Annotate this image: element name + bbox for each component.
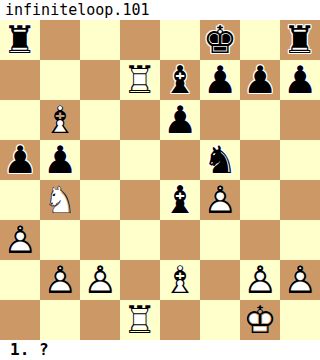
square-h2[interactable]: ♟♙ [280,260,320,300]
white-rook-piece: ♜♖ [120,300,160,340]
square-a7[interactable] [0,60,40,100]
square-d4[interactable] [120,180,160,220]
square-d7[interactable]: ♜♖ [120,60,160,100]
square-b4[interactable]: ♞♘ [40,180,80,220]
square-e2[interactable]: ♝♗ [160,260,200,300]
black-pawn-piece: ♟ [40,140,80,180]
piece-glyph: ♟ [0,140,40,180]
piece-glyph: ♟ [160,100,200,140]
piece-outline-glyph: ♙ [280,260,320,300]
white-pawn-piece: ♟♙ [0,220,40,260]
piece-outline-glyph: ♙ [40,260,80,300]
square-c7[interactable] [80,60,120,100]
square-h3[interactable] [280,220,320,260]
black-bishop-piece: ♝ [160,180,200,220]
piece-outline-glyph: ♙ [200,180,240,220]
square-g6[interactable] [240,100,280,140]
square-e3[interactable] [160,220,200,260]
square-c8[interactable] [80,20,120,60]
square-e5[interactable] [160,140,200,180]
piece-glyph: ♟ [40,140,80,180]
chess-board: ♜♚♜♜♖♝♟♟♟♝♗♟♟♟♞♞♘♝♟♙♟♙♟♙♟♙♝♗♟♙♟♙♜♖♚♔ [0,20,320,340]
white-pawn-piece: ♟♙ [240,260,280,300]
black-rook-piece: ♜ [0,20,40,60]
piece-outline-glyph: ♙ [240,260,280,300]
square-g4[interactable] [240,180,280,220]
square-g3[interactable] [240,220,280,260]
black-pawn-piece: ♟ [160,100,200,140]
black-knight-piece: ♞ [200,140,240,180]
square-c6[interactable] [80,100,120,140]
piece-outline-glyph: ♘ [40,180,80,220]
piece-glyph: ♜ [280,20,320,60]
page: infiniteloop.101 ♜♚♜♜♖♝♟♟♟♝♗♟♟♟♞♞♘♝♟♙♟♙♟… [0,0,320,360]
square-c1[interactable] [80,300,120,340]
square-h7[interactable]: ♟ [280,60,320,100]
square-h5[interactable] [280,140,320,180]
square-d2[interactable] [120,260,160,300]
piece-outline-glyph: ♔ [240,300,280,340]
square-b7[interactable] [40,60,80,100]
square-h4[interactable] [280,180,320,220]
piece-glyph: ♟ [280,60,320,100]
square-h1[interactable] [280,300,320,340]
square-c4[interactable] [80,180,120,220]
square-b5[interactable]: ♟ [40,140,80,180]
white-pawn-piece: ♟♙ [80,260,120,300]
square-d5[interactable] [120,140,160,180]
square-f7[interactable]: ♟ [200,60,240,100]
black-bishop-piece: ♝ [160,60,200,100]
square-b8[interactable] [40,20,80,60]
square-a1[interactable] [0,300,40,340]
piece-glyph: ♝ [160,180,200,220]
white-pawn-piece: ♟♙ [200,180,240,220]
square-g2[interactable]: ♟♙ [240,260,280,300]
square-e6[interactable]: ♟ [160,100,200,140]
piece-glyph: ♞ [200,140,240,180]
square-f6[interactable] [200,100,240,140]
piece-glyph: ♟ [240,60,280,100]
piece-glyph: ♜ [0,20,40,60]
piece-outline-glyph: ♖ [120,60,160,100]
square-a2[interactable] [0,260,40,300]
square-g7[interactable]: ♟ [240,60,280,100]
square-f2[interactable] [200,260,240,300]
piece-outline-glyph: ♗ [40,100,80,140]
page-title: infiniteloop.101 [0,0,320,20]
square-b6[interactable]: ♝♗ [40,100,80,140]
square-a3[interactable]: ♟♙ [0,220,40,260]
square-h8[interactable]: ♜ [280,20,320,60]
black-king-piece: ♚ [200,20,240,60]
square-h6[interactable] [280,100,320,140]
piece-outline-glyph: ♖ [120,300,160,340]
square-e1[interactable] [160,300,200,340]
square-d6[interactable] [120,100,160,140]
square-f4[interactable]: ♟♙ [200,180,240,220]
square-f3[interactable] [200,220,240,260]
white-king-piece: ♚♔ [240,300,280,340]
black-pawn-piece: ♟ [0,140,40,180]
piece-outline-glyph: ♗ [160,260,200,300]
square-a5[interactable]: ♟ [0,140,40,180]
square-e4[interactable]: ♝ [160,180,200,220]
white-rook-piece: ♜♖ [120,60,160,100]
square-e7[interactable]: ♝ [160,60,200,100]
black-pawn-piece: ♟ [280,60,320,100]
black-pawn-piece: ♟ [240,60,280,100]
square-c2[interactable]: ♟♙ [80,260,120,300]
white-bishop-piece: ♝♗ [40,100,80,140]
square-g1[interactable]: ♚♔ [240,300,280,340]
square-g5[interactable] [240,140,280,180]
white-knight-piece: ♞♘ [40,180,80,220]
white-bishop-piece: ♝♗ [160,260,200,300]
black-pawn-piece: ♟ [200,60,240,100]
square-d3[interactable] [120,220,160,260]
square-c3[interactable] [80,220,120,260]
piece-glyph: ♝ [160,60,200,100]
white-pawn-piece: ♟♙ [40,260,80,300]
square-a6[interactable] [0,100,40,140]
square-b1[interactable] [40,300,80,340]
square-f8[interactable]: ♚ [200,20,240,60]
square-f1[interactable] [200,300,240,340]
square-e8[interactable] [160,20,200,60]
square-b3[interactable] [40,220,80,260]
piece-glyph: ♚ [200,20,240,60]
piece-glyph: ♟ [200,60,240,100]
piece-outline-glyph: ♙ [0,220,40,260]
white-pawn-piece: ♟♙ [280,260,320,300]
piece-outline-glyph: ♙ [80,260,120,300]
square-b2[interactable]: ♟♙ [40,260,80,300]
square-c5[interactable] [80,140,120,180]
square-a4[interactable] [0,180,40,220]
square-d8[interactable] [120,20,160,60]
square-g8[interactable] [240,20,280,60]
move-prompt: 1. ? [0,340,320,360]
black-rook-piece: ♜ [280,20,320,60]
square-d1[interactable]: ♜♖ [120,300,160,340]
square-f5[interactable]: ♞ [200,140,240,180]
square-a8[interactable]: ♜ [0,20,40,60]
